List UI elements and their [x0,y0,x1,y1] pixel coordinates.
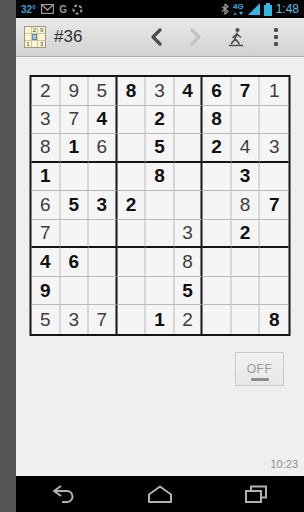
sudoku-cell-r6c9[interactable] [260,220,289,249]
sudoku-cell-r6c2[interactable] [60,220,89,249]
sudoku-cell-r8c6[interactable]: 5 [174,277,203,306]
sudoku-cell-r7c1[interactable]: 4 [32,248,61,277]
signal-icon [248,3,260,15]
sudoku-cell-r3c1[interactable]: 8 [32,134,61,163]
sudoku-cell-r2c9[interactable] [260,106,289,135]
back-arrow-icon [52,485,76,504]
puzzle-title: #36 [54,27,82,47]
sudoku-cell-r2c1[interactable]: 3 [32,106,61,135]
sudoku-cell-r9c7[interactable] [203,305,232,334]
sudoku-board[interactable]: 2958346713742881652431836532877324689553… [30,75,291,336]
gmail-icon [41,4,54,14]
sudoku-cell-r5c4[interactable]: 2 [117,191,146,220]
sudoku-cell-r4c3[interactable] [89,163,118,192]
sudoku-cell-r4c4[interactable] [117,163,146,192]
sudoku-cell-r6c4[interactable] [117,220,146,249]
sudoku-cell-r5c6[interactable] [174,191,203,220]
overflow-menu-button[interactable] [256,18,296,57]
sudoku-cell-r4c5[interactable]: 8 [146,163,175,192]
sudoku-cell-r9c1[interactable]: 5 [32,305,61,334]
sudoku-cell-r8c9[interactable] [260,277,289,306]
toolbar: 29813 #36 [16,18,304,57]
sudoku-cell-r9c3[interactable]: 7 [89,305,118,334]
sudoku-cell-r1c8[interactable]: 7 [231,77,260,106]
app-icon: 29813 [24,26,46,48]
sudoku-cell-r8c1[interactable]: 9 [32,277,61,306]
walking-person-icon [226,27,246,47]
sudoku-cell-r4c8[interactable]: 3 [231,163,260,192]
battery-icon [264,3,272,16]
sudoku-cell-r6c7[interactable] [203,220,232,249]
overflow-dots-icon [274,28,278,46]
sudoku-cell-r4c1[interactable]: 1 [32,163,61,192]
sudoku-cell-r7c2[interactable]: 6 [60,248,89,277]
back-button[interactable] [34,476,94,512]
sudoku-cell-r7c7[interactable] [203,248,232,277]
sudoku-cell-r9c8[interactable] [231,305,260,334]
sudoku-cell-r9c9[interactable]: 8 [260,305,289,334]
sudoku-cell-r2c3[interactable]: 4 [89,106,118,135]
sudoku-cell-r2c7[interactable]: 8 [203,106,232,135]
sudoku-cell-r3c6[interactable] [174,134,203,163]
home-icon [147,485,173,503]
bluetooth-icon [221,3,229,15]
app-icon-cell: 8 [32,34,39,41]
toggle-label: OFF [247,362,273,376]
sudoku-cell-r2c4[interactable] [117,106,146,135]
4g-icon: 4G [233,3,244,15]
sudoku-cell-r2c8[interactable] [231,106,260,135]
sudoku-cell-r5c8[interactable]: 8 [231,191,260,220]
recent-apps-icon [244,485,268,504]
recents-button[interactable] [226,476,286,512]
sudoku-cell-r3c7[interactable]: 2 [203,134,232,163]
sudoku-cell-r5c9[interactable]: 7 [260,191,289,220]
sudoku-cell-r2c5[interactable]: 2 [146,106,175,135]
sudoku-cell-r1c3[interactable]: 5 [89,77,118,106]
status-clock: 1:48 [276,2,299,16]
sudoku-cell-r8c3[interactable] [89,277,118,306]
elapsed-time: 10:23 [270,458,298,470]
sudoku-cell-r7c4[interactable] [117,248,146,277]
toggle-indicator [251,378,269,381]
app-icon-cell [25,34,32,41]
sudoku-cell-r3c8[interactable]: 4 [231,134,260,163]
navigation-bar [16,476,304,512]
sudoku-cell-r4c9[interactable] [260,163,289,192]
sudoku-cell-r7c6[interactable]: 8 [174,248,203,277]
sudoku-cell-r8c4[interactable] [117,277,146,306]
sudoku-cell-r2c6[interactable] [174,106,203,135]
chevron-right-icon [190,28,202,46]
sudoku-cell-r8c5[interactable] [146,277,175,306]
sudoku-cell-r5c7[interactable] [203,191,232,220]
sudoku-cell-r5c2[interactable]: 5 [60,191,89,220]
app-icon-cell: 9 [38,27,45,34]
sudoku-cell-r3c2[interactable]: 1 [60,134,89,163]
sudoku-cell-r6c5[interactable] [146,220,175,249]
previous-puzzle-button[interactable] [136,18,176,57]
home-button[interactable] [130,476,190,512]
pencil-mode-toggle[interactable]: OFF [235,352,284,386]
sudoku-cell-r9c5[interactable]: 1 [146,305,175,334]
sudoku-cell-r3c9[interactable]: 3 [260,134,289,163]
sudoku-cell-r8c2[interactable] [60,277,89,306]
sudoku-cell-r1c1[interactable]: 2 [32,77,61,106]
temperature-indicator: 32° [21,4,36,15]
sudoku-cell-r1c9[interactable]: 1 [260,77,289,106]
sudoku-cell-r8c8[interactable] [231,277,260,306]
sudoku-cell-r3c3[interactable]: 6 [89,134,118,163]
next-puzzle-button[interactable] [176,18,216,57]
sudoku-cell-r4c2[interactable] [60,163,89,192]
phone-screen: 32° G 4G 1:48 [16,0,304,512]
sudoku-cell-r9c2[interactable]: 3 [60,305,89,334]
sudoku-cell-r3c5[interactable]: 5 [146,134,175,163]
sudoku-cell-r7c5[interactable] [146,248,175,277]
sudoku-cell-r8c7[interactable] [203,277,232,306]
sudoku-cell-r5c5[interactable] [146,191,175,220]
sudoku-cell-r9c6[interactable]: 2 [174,305,203,334]
walkthrough-button[interactable] [216,18,256,57]
app-icon-cell [25,27,32,34]
sudoku-cell-r4c6[interactable] [174,163,203,192]
sudoku-cell-r7c8[interactable] [231,248,260,277]
sudoku-cell-r6c6[interactable]: 3 [174,220,203,249]
sudoku-cell-r7c3[interactable] [89,248,118,277]
status-bar: 32° G 4G 1:48 [16,0,304,18]
sudoku-cell-r1c7[interactable]: 6 [203,77,232,106]
sudoku-cell-r1c5[interactable]: 3 [146,77,175,106]
sudoku-cell-r7c9[interactable] [260,248,289,277]
chevron-left-icon [150,28,162,46]
app-icon-cell: 2 [32,27,39,34]
sudoku-cell-r1c2[interactable]: 9 [60,77,89,106]
google-icon: G [59,4,67,15]
sync-icon [72,4,83,15]
app-icon-cell: 3 [38,41,45,47]
sudoku-cell-r6c3[interactable] [89,220,118,249]
app-icon-cell [38,34,45,41]
sudoku-cell-r2c2[interactable]: 7 [60,106,89,135]
sudoku-cell-r1c4[interactable]: 8 [117,77,146,106]
sudoku-cell-r6c8[interactable]: 2 [231,220,260,249]
sudoku-cell-r5c1[interactable]: 6 [32,191,61,220]
sudoku-cell-r5c3[interactable]: 3 [89,191,118,220]
sudoku-cell-r1c6[interactable]: 4 [174,77,203,106]
sudoku-cell-r9c4[interactable] [117,305,146,334]
sudoku-cell-r6c1[interactable]: 7 [32,220,61,249]
app-icon-cell: 1 [25,41,32,47]
sudoku-cell-r3c4[interactable] [117,134,146,163]
sudoku-cell-r4c7[interactable] [203,163,232,192]
app-icon-cell [32,41,39,47]
